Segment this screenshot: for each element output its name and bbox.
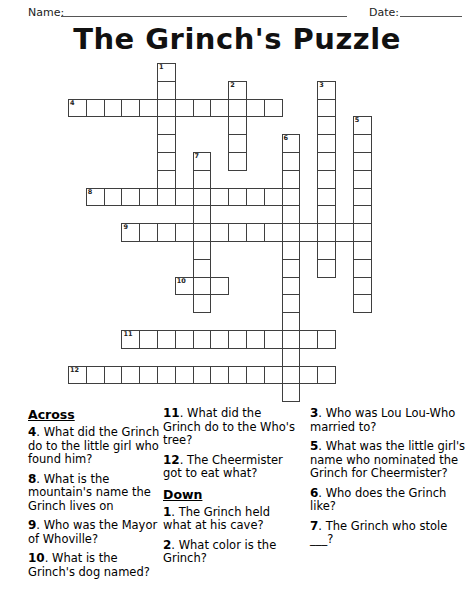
grid-cell[interactable] (228, 188, 247, 207)
grid-cell[interactable]: 9 (121, 223, 140, 242)
grid-cell[interactable] (317, 259, 336, 278)
clue-number: 3 (319, 82, 324, 89)
grid-cell[interactable] (282, 170, 301, 189)
grid-cell[interactable] (228, 152, 247, 171)
grid-cell[interactable] (157, 81, 176, 100)
grid-cell[interactable] (317, 116, 336, 135)
grid-cell[interactable] (104, 188, 123, 207)
grid-cell[interactable] (139, 223, 158, 242)
clue-number: 12 (70, 367, 79, 374)
grid-cell[interactable]: 5 (353, 116, 372, 135)
grid-cell[interactable] (353, 188, 372, 207)
grid-cell[interactable] (335, 223, 354, 242)
grid-cell[interactable]: 1 (157, 63, 176, 82)
grid-cell[interactable] (175, 330, 194, 349)
grid-cell[interactable] (228, 134, 247, 153)
grid-cell[interactable] (121, 366, 140, 385)
grid-cell[interactable] (317, 188, 336, 207)
grid-cell[interactable] (246, 330, 265, 349)
clue-number-label: 10 (28, 551, 45, 565)
clue-down-6: 6. Who does the Grinch like? (310, 487, 470, 514)
clue-across-8: 8. What is the mountain's name the Grinc… (28, 473, 161, 514)
grid-cell[interactable] (210, 188, 229, 207)
grid-cell[interactable] (246, 99, 265, 118)
grid-cell[interactable] (282, 294, 301, 313)
worksheet-page: Name: Date: The Grinch's Puzzle 12345678… (0, 0, 474, 613)
grid-cell[interactable] (353, 134, 372, 153)
grid-cell[interactable] (210, 223, 229, 242)
grid-cell[interactable] (317, 241, 336, 260)
grid-cell[interactable] (157, 99, 176, 118)
grid-cell[interactable] (86, 99, 105, 118)
grid-cell[interactable]: 6 (282, 134, 301, 153)
grid-cell[interactable] (193, 294, 212, 313)
grid-cell[interactable]: 12 (68, 366, 87, 385)
grid-cell[interactable] (193, 241, 212, 260)
clue-column-left: Across4. What did the Grinch do to the l… (28, 407, 161, 585)
grid-cell[interactable]: 4 (68, 99, 87, 118)
grid-cell[interactable] (228, 116, 247, 135)
grid-cell[interactable] (210, 366, 229, 385)
page-title: The Grinch's Puzzle (0, 22, 474, 56)
clue-column-right: 3. Who was Lou Lou-Who married to?5. Wha… (310, 407, 470, 553)
grid-cell[interactable] (353, 259, 372, 278)
clue-across-12: 12. The Cheermister got to eat what? (163, 454, 299, 481)
grid-cell[interactable] (157, 116, 176, 135)
grid-cell[interactable] (353, 294, 372, 313)
clue-number-label: 9 (28, 518, 36, 532)
grid-cell[interactable] (317, 152, 336, 171)
grid-cell[interactable] (353, 241, 372, 260)
grid-cell[interactable] (282, 188, 301, 207)
clue-number: 1 (159, 64, 164, 71)
grid-cell[interactable] (282, 152, 301, 171)
grid-cell[interactable] (193, 277, 212, 296)
grid-cell[interactable] (157, 170, 176, 189)
clue-number-label: 1 (163, 505, 171, 519)
grid-cell[interactable]: 10 (175, 277, 194, 296)
grid-cell[interactable] (157, 223, 176, 242)
grid-cell[interactable] (193, 223, 212, 242)
grid-cell[interactable] (282, 366, 301, 385)
grid-cell[interactable]: 8 (86, 188, 105, 207)
grid-cell[interactable] (104, 366, 123, 385)
grid-cell[interactable] (175, 366, 194, 385)
grid-cell[interactable] (264, 188, 283, 207)
grid-cell[interactable] (317, 223, 336, 242)
grid-cell[interactable] (157, 330, 176, 349)
clue-number-label: 2 (163, 538, 171, 552)
grid-cell[interactable] (157, 366, 176, 385)
clue-down-3: 3. Who was Lou Lou-Who married to? (310, 407, 470, 434)
grid-cell[interactable] (282, 383, 301, 402)
clue-down-7: 7. The Grinch who stole ___? (310, 520, 470, 547)
grid-cell[interactable] (299, 223, 318, 242)
grid-cell[interactable] (193, 330, 212, 349)
grid-cell[interactable] (193, 205, 212, 224)
grid-cell[interactable] (193, 188, 212, 207)
grid-cell[interactable] (210, 330, 229, 349)
grid-cell[interactable] (157, 152, 176, 171)
grid-cell[interactable] (264, 366, 283, 385)
grid-cell[interactable] (193, 170, 212, 189)
clue-number: 5 (355, 117, 360, 124)
grid-cell[interactable] (139, 330, 158, 349)
clue-number-label: 4 (28, 425, 36, 439)
crossword-grid: 123456789101112 (68, 63, 372, 403)
grid-cell[interactable] (175, 188, 194, 207)
grid-cell[interactable] (139, 366, 158, 385)
clue-number: 11 (123, 331, 132, 338)
grid-cell[interactable] (282, 330, 301, 349)
clue-number: 4 (70, 100, 75, 107)
grid-cell[interactable] (228, 99, 247, 118)
clue-across-9: 9. Who was the Mayor of Whoville? (28, 519, 161, 546)
grid-cell[interactable]: 3 (317, 81, 336, 100)
grid-cell[interactable] (264, 330, 283, 349)
grid-cell[interactable] (139, 99, 158, 118)
grid-cell[interactable] (299, 330, 318, 349)
grid-cell[interactable] (282, 259, 301, 278)
grid-cell[interactable]: 11 (121, 330, 140, 349)
clue-across-11: 11. What did the Grinch do to the Who's … (163, 407, 299, 448)
grid-cell[interactable] (317, 205, 336, 224)
grid-cell[interactable] (282, 205, 301, 224)
grid-cell[interactable] (317, 170, 336, 189)
clue-number: 8 (88, 189, 93, 196)
grid-cell[interactable] (121, 188, 140, 207)
clue-number: 2 (230, 82, 235, 89)
grid-cell[interactable] (228, 330, 247, 349)
clue-number-label: 6 (310, 486, 318, 500)
grid-cell[interactable] (139, 188, 158, 207)
clue-across-4: 4. What did the Grinch do to the little … (28, 426, 161, 467)
grid-cell[interactable]: 7 (193, 152, 212, 171)
grid-cell[interactable] (157, 134, 176, 153)
grid-cell[interactable] (175, 99, 194, 118)
grid-cell[interactable] (193, 366, 212, 385)
grid-cell[interactable] (317, 366, 336, 385)
grid-cell[interactable] (317, 330, 336, 349)
date-label: Date: (369, 6, 399, 19)
clue-number: 7 (195, 153, 200, 160)
grid-cell[interactable] (104, 99, 123, 118)
grid-cell[interactable] (282, 312, 301, 331)
grid-cell[interactable] (228, 366, 247, 385)
clue-number-label: 8 (28, 472, 36, 486)
clue-down-5: 5. What was the little girl's name who n… (310, 440, 470, 481)
grid-cell[interactable] (193, 99, 212, 118)
name-blank-line[interactable] (61, 3, 347, 17)
clue-across-10: 10. What is the Grinch's dog named? (28, 552, 161, 579)
clue-down-2: 2. What color is the Grinch? (163, 539, 299, 566)
grid-cell[interactable] (299, 366, 318, 385)
grid-cell[interactable] (210, 277, 229, 296)
down-header: Down (163, 487, 299, 502)
grid-cell[interactable]: 2 (228, 81, 247, 100)
grid-cell[interactable] (317, 134, 336, 153)
grid-cell[interactable] (86, 366, 105, 385)
grid-cell[interactable] (175, 223, 194, 242)
grid-cell[interactable] (157, 188, 176, 207)
grid-cell[interactable] (193, 259, 212, 278)
grid-cell[interactable] (246, 223, 265, 242)
clue-number: 9 (123, 224, 128, 231)
grid-cell[interactable] (121, 99, 140, 118)
clue-number-label: 7 (310, 519, 318, 533)
grid-cell[interactable] (246, 366, 265, 385)
clue-number-label: 3 (310, 406, 318, 420)
grid-cell[interactable] (282, 223, 301, 242)
across-header: Across (28, 407, 161, 422)
grid-cell[interactable] (282, 241, 301, 260)
clue-down-1: 1. The Grinch held what at his cave? (163, 506, 299, 533)
clue-number-label: 11 (163, 406, 180, 420)
clue-number-label: 12 (163, 453, 180, 467)
name-label: Name: (28, 6, 64, 19)
grid-cell[interactable] (353, 277, 372, 296)
grid-cell[interactable] (246, 188, 265, 207)
grid-cell[interactable] (264, 223, 283, 242)
grid-cell[interactable] (282, 277, 301, 296)
grid-cell[interactable] (353, 152, 372, 171)
clue-number: 6 (284, 135, 289, 142)
grid-cell[interactable] (228, 223, 247, 242)
grid-cell[interactable] (353, 170, 372, 189)
clue-number-label: 5 (310, 439, 318, 453)
date-blank-line[interactable] (400, 3, 462, 17)
grid-cell[interactable] (264, 99, 283, 118)
grid-cell[interactable] (353, 205, 372, 224)
grid-cell[interactable] (210, 99, 229, 118)
clue-number: 10 (177, 278, 186, 285)
grid-cell[interactable] (353, 223, 372, 242)
grid-cell[interactable] (317, 99, 336, 118)
grid-cell[interactable] (282, 348, 301, 367)
clue-column-middle: 11. What did the Grinch do to the Who's … (163, 407, 299, 572)
